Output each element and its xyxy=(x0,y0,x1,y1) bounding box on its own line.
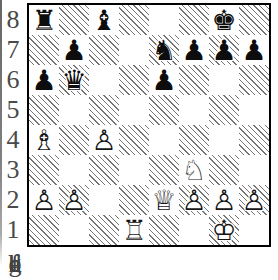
square-e1[interactable] xyxy=(149,215,179,245)
piece-glyph-fill: ♞ xyxy=(179,155,209,185)
black-king[interactable]: ♚ xyxy=(209,5,239,35)
square-d5[interactable] xyxy=(119,95,149,125)
square-e8[interactable] xyxy=(149,5,179,35)
black-pawn[interactable]: ♟ xyxy=(179,35,209,65)
rank-label-5: 5 xyxy=(0,95,26,125)
square-a7[interactable] xyxy=(29,35,59,65)
rank-label-6: 6 xyxy=(0,65,26,95)
square-d6[interactable] xyxy=(119,65,149,95)
piece-glyph-fill: ♝ xyxy=(29,125,59,155)
rank-label-8: 8 xyxy=(0,5,26,35)
file-label-h: h xyxy=(0,248,30,278)
square-a6[interactable]: ♟ xyxy=(29,65,59,95)
white-pawn[interactable]: ♟♙ xyxy=(29,185,59,215)
square-e7[interactable]: ♞ xyxy=(149,35,179,65)
square-g4[interactable] xyxy=(209,125,239,155)
piece-glyph-fill: ♟ xyxy=(209,185,239,215)
square-c6[interactable] xyxy=(89,65,119,95)
piece-glyph: ♜ xyxy=(29,5,59,35)
square-a4[interactable]: ♝♗ xyxy=(29,125,59,155)
square-g3[interactable] xyxy=(209,155,239,185)
square-b7[interactable]: ♟ xyxy=(59,35,89,65)
piece-glyph-fill: ♚ xyxy=(209,215,239,245)
square-f8[interactable] xyxy=(179,5,209,35)
piece-glyph-outline: ♙ xyxy=(179,185,209,215)
square-a8[interactable]: ♜ xyxy=(29,5,59,35)
square-g2[interactable]: ♟♙ xyxy=(209,185,239,215)
black-rook[interactable]: ♜ xyxy=(29,5,59,35)
piece-glyph-outline: ♙ xyxy=(29,185,59,215)
white-rook[interactable]: ♜♖ xyxy=(119,215,149,245)
square-b5[interactable] xyxy=(59,95,89,125)
square-c2[interactable] xyxy=(89,185,119,215)
square-f7[interactable]: ♟ xyxy=(179,35,209,65)
square-c8[interactable]: ♝ xyxy=(89,5,119,35)
white-pawn[interactable]: ♟♙ xyxy=(179,185,209,215)
black-pawn[interactable]: ♟ xyxy=(149,65,179,95)
white-pawn[interactable]: ♟♙ xyxy=(59,185,89,215)
piece-glyph: ♟ xyxy=(149,65,179,95)
piece-glyph-fill: ♛ xyxy=(149,185,179,215)
white-queen[interactable]: ♛♕ xyxy=(149,185,179,215)
square-c1[interactable] xyxy=(89,215,119,245)
rank-label-3: 3 xyxy=(0,155,26,185)
square-g1[interactable]: ♚♔ xyxy=(209,215,239,245)
square-f2[interactable]: ♟♙ xyxy=(179,185,209,215)
square-c7[interactable] xyxy=(89,35,119,65)
square-g8[interactable]: ♚ xyxy=(209,5,239,35)
black-knight[interactable]: ♞ xyxy=(149,35,179,65)
piece-glyph-outline: ♗ xyxy=(29,125,59,155)
square-h5[interactable] xyxy=(239,95,269,125)
piece-glyph-outline: ♙ xyxy=(209,185,239,215)
white-pawn[interactable]: ♟♙ xyxy=(209,185,239,215)
chess-diagram: 8 7 6 5 4 3 2 1 ♜♝♚♟♞♟♟♟♟♛♟♝♗♟♙♞♘♟♙♟♙♛♕♟… xyxy=(0,0,278,280)
piece-glyph: ♟ xyxy=(59,35,89,65)
piece-glyph-fill: ♟ xyxy=(239,185,269,215)
piece-glyph-fill: ♜ xyxy=(119,215,149,245)
piece-glyph-outline: ♖ xyxy=(119,215,149,245)
piece-glyph: ♚ xyxy=(209,5,239,35)
square-d7[interactable] xyxy=(119,35,149,65)
square-g7[interactable]: ♟ xyxy=(209,35,239,65)
square-e2[interactable]: ♛♕ xyxy=(149,185,179,215)
square-c5[interactable] xyxy=(89,95,119,125)
square-b8[interactable] xyxy=(59,5,89,35)
black-pawn[interactable]: ♟ xyxy=(59,35,89,65)
black-bishop[interactable]: ♝ xyxy=(89,5,119,35)
square-d3[interactable] xyxy=(119,155,149,185)
square-d8[interactable] xyxy=(119,5,149,35)
white-pawn[interactable]: ♟♙ xyxy=(239,185,269,215)
black-queen[interactable]: ♛ xyxy=(59,65,89,95)
square-b4[interactable] xyxy=(59,125,89,155)
square-f5[interactable] xyxy=(179,95,209,125)
square-e4[interactable] xyxy=(149,125,179,155)
piece-glyph: ♟ xyxy=(29,65,59,95)
white-bishop[interactable]: ♝♗ xyxy=(29,125,59,155)
square-e3[interactable] xyxy=(149,155,179,185)
board: ♜♝♚♟♞♟♟♟♟♛♟♝♗♟♙♞♘♟♙♟♙♛♕♟♙♟♙♟♙♜♖♚♔ xyxy=(27,3,271,247)
piece-glyph: ♟ xyxy=(239,35,269,65)
square-f4[interactable] xyxy=(179,125,209,155)
piece-glyph-outline: ♙ xyxy=(89,125,119,155)
square-c4[interactable]: ♟♙ xyxy=(89,125,119,155)
square-b3[interactable] xyxy=(59,155,89,185)
square-h2[interactable]: ♟♙ xyxy=(239,185,269,215)
rank-label-2: 2 xyxy=(0,185,26,215)
square-a5[interactable] xyxy=(29,95,59,125)
square-d4[interactable] xyxy=(119,125,149,155)
rank-label-1: 1 xyxy=(0,215,26,245)
white-king[interactable]: ♚♔ xyxy=(209,215,239,245)
piece-glyph-outline: ♙ xyxy=(239,185,269,215)
piece-glyph-fill: ♟ xyxy=(59,185,89,215)
square-a1[interactable] xyxy=(29,215,59,245)
square-b2[interactable]: ♟♙ xyxy=(59,185,89,215)
square-e5[interactable] xyxy=(149,95,179,125)
square-a3[interactable] xyxy=(29,155,59,185)
piece-glyph-fill: ♟ xyxy=(179,185,209,215)
piece-glyph-outline: ♔ xyxy=(209,215,239,245)
black-pawn[interactable]: ♟ xyxy=(209,35,239,65)
square-f1[interactable] xyxy=(179,215,209,245)
square-h8[interactable] xyxy=(239,5,269,35)
piece-glyph: ♟ xyxy=(209,35,239,65)
square-e6[interactable]: ♟ xyxy=(149,65,179,95)
square-c3[interactable] xyxy=(89,155,119,185)
piece-glyph: ♝ xyxy=(89,5,119,35)
square-f3[interactable]: ♞♘ xyxy=(179,155,209,185)
piece-glyph-outline: ♙ xyxy=(59,185,89,215)
square-b1[interactable] xyxy=(59,215,89,245)
square-h4[interactable] xyxy=(239,125,269,155)
square-f6[interactable] xyxy=(179,65,209,95)
black-pawn[interactable]: ♟ xyxy=(29,65,59,95)
square-d1[interactable]: ♜♖ xyxy=(119,215,149,245)
square-h1[interactable] xyxy=(239,215,269,245)
piece-glyph-fill: ♟ xyxy=(89,125,119,155)
piece-glyph: ♛ xyxy=(59,65,89,95)
square-g6[interactable] xyxy=(209,65,239,95)
piece-glyph-fill: ♟ xyxy=(29,185,59,215)
white-pawn[interactable]: ♟♙ xyxy=(89,125,119,155)
square-g5[interactable] xyxy=(209,95,239,125)
square-h3[interactable] xyxy=(239,155,269,185)
piece-glyph: ♞ xyxy=(149,35,179,65)
rank-label-4: 4 xyxy=(0,125,26,155)
square-h6[interactable] xyxy=(239,65,269,95)
rank-label-7: 7 xyxy=(0,35,26,65)
white-knight[interactable]: ♞♘ xyxy=(179,155,209,185)
black-pawn[interactable]: ♟ xyxy=(239,35,269,65)
square-h7[interactable]: ♟ xyxy=(239,35,269,65)
piece-glyph-outline: ♕ xyxy=(149,185,179,215)
square-d2[interactable] xyxy=(119,185,149,215)
square-a2[interactable]: ♟♙ xyxy=(29,185,59,215)
piece-glyph: ♟ xyxy=(179,35,209,65)
square-b6[interactable]: ♛ xyxy=(59,65,89,95)
piece-glyph-outline: ♘ xyxy=(179,155,209,185)
